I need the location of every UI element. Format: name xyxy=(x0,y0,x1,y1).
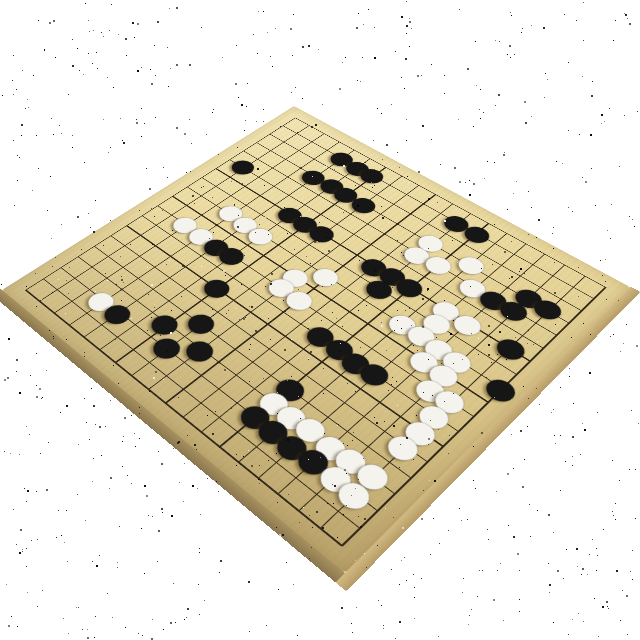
grid-line-vertical xyxy=(25,117,296,290)
black-stone[interactable]: ● xyxy=(230,157,259,175)
black-stone[interactable]: ● xyxy=(484,375,520,403)
go-board[interactable]: ●●●●●●●●●●●●●●●●●●●●●●●●●●●●●●●●●●●●●●●●… xyxy=(2,106,630,573)
white-stone[interactable]: ● xyxy=(386,431,424,462)
black-stone[interactable]: ● xyxy=(202,276,234,299)
grid-line-vertical xyxy=(39,125,310,302)
go-board-photo: ●●●●●●●●●●●●●●●●●●●●●●●●●●●●●●●●●●●●●●●●… xyxy=(0,0,640,640)
black-stone[interactable]: ● xyxy=(532,297,566,321)
board-perspective-wrap: ●●●●●●●●●●●●●●●●●●●●●●●●●●●●●●●●●●●●●●●●… xyxy=(2,106,630,573)
stones-layer: ●●●●●●●●●●●●●●●●●●●●●●●●●●●●●●●●●●●●●●●●… xyxy=(294,106,630,287)
white-stone[interactable]: ● xyxy=(247,225,278,246)
